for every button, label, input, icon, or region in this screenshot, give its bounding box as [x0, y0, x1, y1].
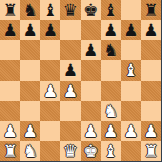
square-h4[interactable] — [141, 81, 161, 101]
piece-white-knight-f3[interactable]: ♞ — [103, 101, 118, 121]
square-f4[interactable] — [101, 81, 121, 101]
square-g6[interactable] — [121, 40, 141, 60]
piece-black-rook-a8[interactable]: ♜ — [2, 0, 17, 20]
square-b3[interactable] — [20, 101, 40, 121]
square-f3[interactable]: ♞ — [101, 101, 121, 121]
square-c2[interactable] — [40, 121, 60, 141]
square-e5[interactable] — [81, 60, 101, 80]
square-a3[interactable] — [0, 101, 20, 121]
square-c7[interactable]: ♟ — [40, 20, 60, 40]
piece-white-queen-d1[interactable]: ♛ — [63, 141, 78, 161]
square-a2[interactable]: ♟ — [0, 121, 20, 141]
piece-white-bishop-g5[interactable]: ♝ — [123, 60, 138, 80]
square-c8[interactable]: ♝ — [40, 0, 60, 20]
chess-board-frame: ♜♞♝♛♚♝♜♟♟♟♟♟♟♟♞♟♝♟♟♞♟♟♟♟♟♟♜♞♛♚♝♜ — [0, 0, 162, 162]
square-h2[interactable]: ♟ — [141, 121, 161, 141]
square-g4[interactable] — [121, 81, 141, 101]
piece-black-pawn-g7[interactable]: ♟ — [123, 20, 138, 40]
piece-white-rook-a1[interactable]: ♜ — [2, 141, 17, 161]
square-h5[interactable] — [141, 60, 161, 80]
square-h6[interactable] — [141, 40, 161, 60]
piece-white-knight-b1[interactable]: ♞ — [23, 141, 38, 161]
piece-black-queen-d8[interactable]: ♛ — [63, 0, 78, 20]
square-h3[interactable] — [141, 101, 161, 121]
piece-black-pawn-c7[interactable]: ♟ — [43, 20, 58, 40]
piece-black-pawn-d5[interactable]: ♟ — [63, 60, 78, 80]
square-b8[interactable]: ♞ — [20, 0, 40, 20]
square-e2[interactable]: ♟ — [81, 121, 101, 141]
square-b1[interactable]: ♞ — [20, 141, 40, 161]
piece-black-pawn-e6[interactable]: ♟ — [83, 40, 98, 60]
square-d6[interactable] — [60, 40, 80, 60]
piece-white-rook-h1[interactable]: ♜ — [143, 141, 158, 161]
piece-black-pawn-f7[interactable]: ♟ — [103, 20, 118, 40]
square-h1[interactable]: ♜ — [141, 141, 161, 161]
square-e7[interactable] — [81, 20, 101, 40]
square-a5[interactable] — [0, 60, 20, 80]
square-d3[interactable] — [60, 101, 80, 121]
square-e8[interactable]: ♚ — [81, 0, 101, 20]
square-f1[interactable]: ♝ — [101, 141, 121, 161]
square-f7[interactable]: ♟ — [101, 20, 121, 40]
square-a6[interactable] — [0, 40, 20, 60]
piece-black-knight-b8[interactable]: ♞ — [23, 0, 38, 20]
square-d1[interactable]: ♛ — [60, 141, 80, 161]
square-f2[interactable]: ♟ — [101, 121, 121, 141]
square-d8[interactable]: ♛ — [60, 0, 80, 20]
piece-white-pawn-d4[interactable]: ♟ — [63, 81, 78, 101]
square-g2[interactable]: ♟ — [121, 121, 141, 141]
piece-white-pawn-g2[interactable]: ♟ — [123, 121, 138, 141]
piece-white-pawn-a2[interactable]: ♟ — [2, 121, 17, 141]
piece-white-king-e1[interactable]: ♚ — [83, 141, 98, 161]
square-h7[interactable]: ♟ — [141, 20, 161, 40]
square-c5[interactable] — [40, 60, 60, 80]
piece-white-pawn-c4[interactable]: ♟ — [43, 81, 58, 101]
square-a7[interactable]: ♟ — [0, 20, 20, 40]
square-e6[interactable]: ♟ — [81, 40, 101, 60]
square-g5[interactable]: ♝ — [121, 60, 141, 80]
square-g7[interactable]: ♟ — [121, 20, 141, 40]
square-a1[interactable]: ♜ — [0, 141, 20, 161]
square-e1[interactable]: ♚ — [81, 141, 101, 161]
square-b2[interactable]: ♟ — [20, 121, 40, 141]
square-e3[interactable] — [81, 101, 101, 121]
square-g8[interactable] — [121, 0, 141, 20]
piece-black-pawn-h7[interactable]: ♟ — [143, 20, 158, 40]
piece-white-pawn-h2[interactable]: ♟ — [143, 121, 158, 141]
square-g3[interactable] — [121, 101, 141, 121]
piece-black-bishop-f8[interactable]: ♝ — [103, 0, 118, 20]
square-c4[interactable]: ♟ — [40, 81, 60, 101]
piece-white-pawn-e2[interactable]: ♟ — [83, 121, 98, 141]
square-f6[interactable]: ♞ — [101, 40, 121, 60]
piece-white-pawn-f2[interactable]: ♟ — [103, 121, 118, 141]
square-h8[interactable]: ♜ — [141, 0, 161, 20]
chess-board: ♜♞♝♛♚♝♜♟♟♟♟♟♟♟♞♟♝♟♟♞♟♟♟♟♟♟♜♞♛♚♝♜ — [0, 0, 161, 161]
piece-black-knight-f6[interactable]: ♞ — [103, 40, 118, 60]
piece-black-pawn-a7[interactable]: ♟ — [2, 20, 17, 40]
square-c3[interactable] — [40, 101, 60, 121]
square-c1[interactable] — [40, 141, 60, 161]
square-b7[interactable]: ♟ — [20, 20, 40, 40]
square-d5[interactable]: ♟ — [60, 60, 80, 80]
piece-black-bishop-c8[interactable]: ♝ — [43, 0, 58, 20]
square-d2[interactable] — [60, 121, 80, 141]
square-a8[interactable]: ♜ — [0, 0, 20, 20]
square-g1[interactable] — [121, 141, 141, 161]
square-b6[interactable] — [20, 40, 40, 60]
piece-black-pawn-b7[interactable]: ♟ — [23, 20, 38, 40]
piece-black-rook-h8[interactable]: ♜ — [143, 0, 158, 20]
square-f5[interactable] — [101, 60, 121, 80]
piece-white-pawn-b2[interactable]: ♟ — [23, 121, 38, 141]
piece-white-bishop-f1[interactable]: ♝ — [103, 141, 118, 161]
square-f8[interactable]: ♝ — [101, 0, 121, 20]
square-d7[interactable] — [60, 20, 80, 40]
square-a4[interactable] — [0, 81, 20, 101]
square-b5[interactable] — [20, 60, 40, 80]
square-d4[interactable]: ♟ — [60, 81, 80, 101]
square-e4[interactable] — [81, 81, 101, 101]
square-c6[interactable] — [40, 40, 60, 60]
piece-black-king-e8[interactable]: ♚ — [83, 0, 98, 20]
square-b4[interactable] — [20, 81, 40, 101]
